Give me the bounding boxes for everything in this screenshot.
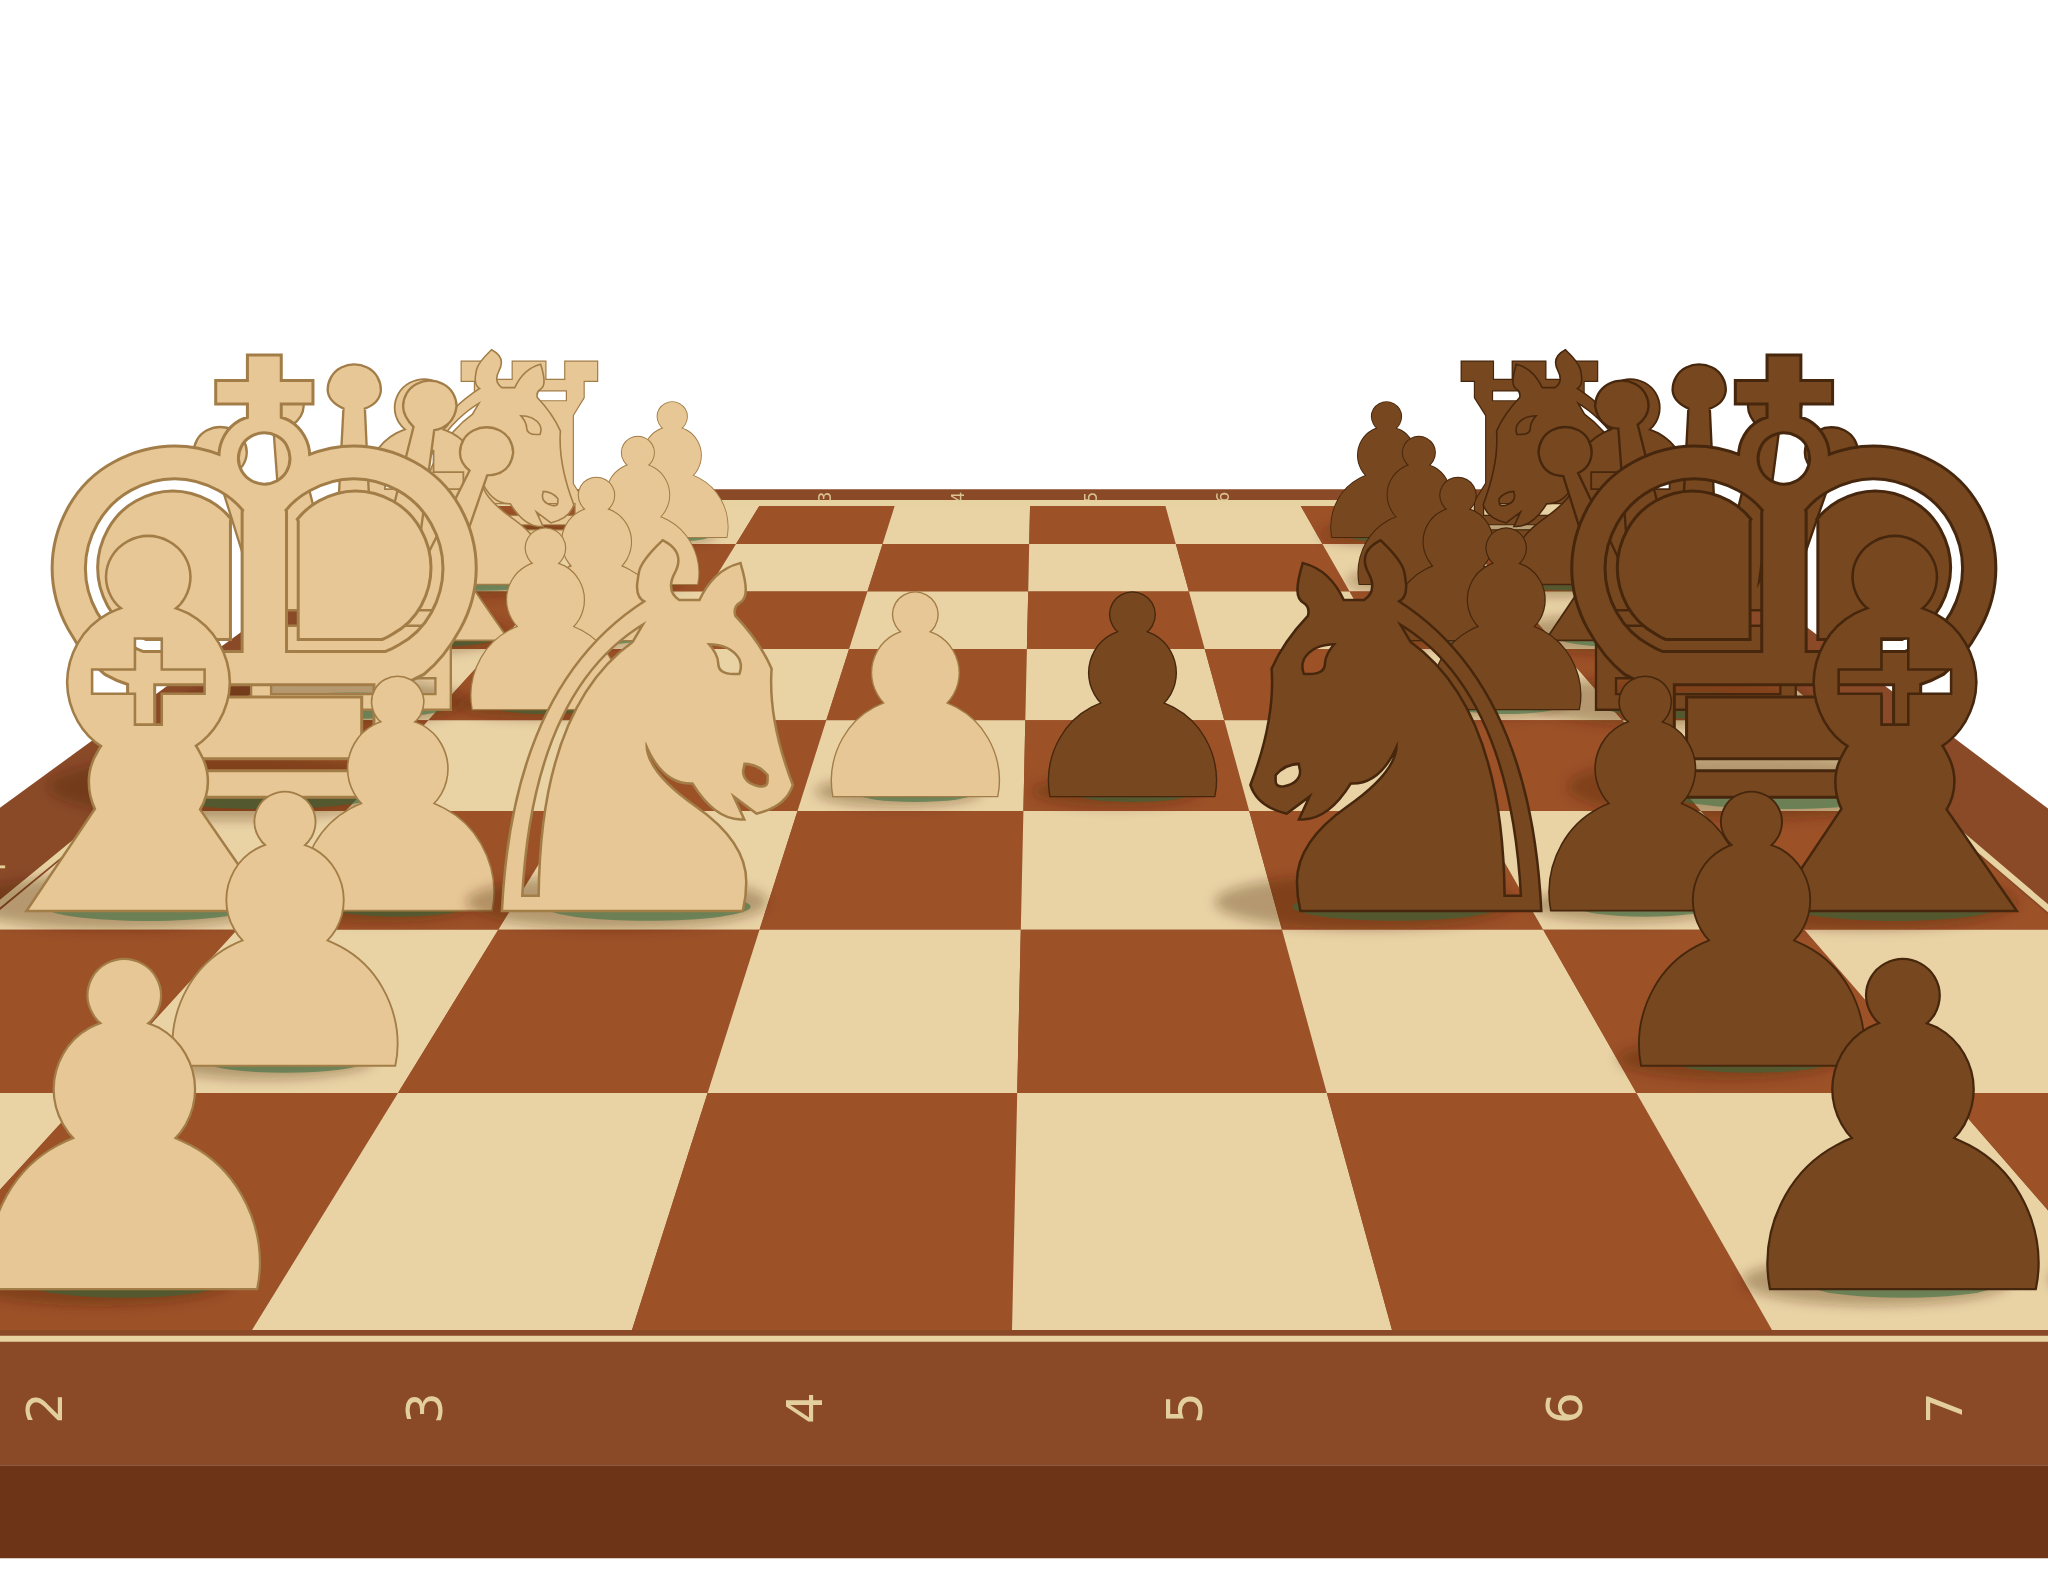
piece-black-pawn-h7[interactable]: ♟ bbox=[1702, 871, 2048, 1394]
front-rank-label-5: 5 bbox=[1156, 1392, 1214, 1424]
front-rank-label-6: 6 bbox=[1536, 1392, 1594, 1424]
front-rank-label-3: 3 bbox=[396, 1392, 454, 1424]
front-rank-label-7: 7 bbox=[1916, 1392, 1974, 1424]
chess-photo-scene: 234567234567f♜♟♜♟♞♟♞♟♝♟♝♟♛♟♛♟♚♟♚♟♝♟♞♝♟♞♟… bbox=[0, 0, 2048, 1582]
glyph-white-pawn: ♟ bbox=[0, 871, 326, 1394]
square-h5[interactable] bbox=[1012, 1093, 1392, 1330]
back-rank-label-4: 4 bbox=[948, 492, 968, 503]
piece-white-pawn-h2[interactable]: ♟ bbox=[0, 871, 326, 1394]
glyph-black-knight: ♞ bbox=[1170, 442, 1622, 1029]
board-side-face bbox=[0, 1465, 2048, 1558]
piece-black-knight-f6[interactable]: ♞ bbox=[1170, 442, 1622, 1029]
chess-board: 234567234567f♜♟♜♟♞♟♞♟♝♟♝♟♛♟♛♟♚♟♚♟♝♟♞♝♟♞♟… bbox=[0, 0, 2048, 1582]
back-rank-label-5: 5 bbox=[1081, 492, 1101, 503]
glyph-white-knight: ♞ bbox=[422, 442, 874, 1029]
piece-white-knight-f3[interactable]: ♞ bbox=[422, 442, 874, 1029]
front-rank-label-4: 4 bbox=[776, 1392, 834, 1424]
glyph-black-pawn: ♟ bbox=[1702, 871, 2048, 1394]
